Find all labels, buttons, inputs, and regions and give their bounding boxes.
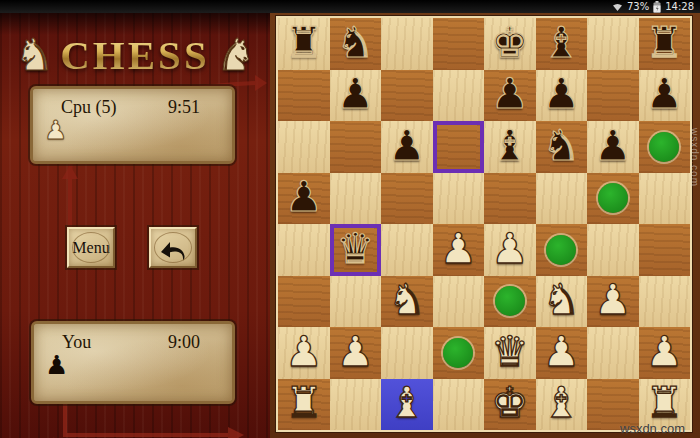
square-d8[interactable] bbox=[433, 18, 485, 70]
square-g5[interactable] bbox=[587, 173, 639, 225]
black-pawn-a5: ♟ bbox=[285, 176, 323, 218]
black-pawn-g6: ♟ bbox=[594, 125, 632, 167]
square-h5[interactable] bbox=[639, 173, 691, 225]
square-f2[interactable]: ♟ bbox=[536, 327, 588, 379]
side-panel: ♞ CHESS ♞ Cpu (5) 9:51 ♟ Menu You 9:00 ♟ bbox=[0, 13, 270, 438]
square-e3[interactable] bbox=[484, 276, 536, 328]
knight-right-icon: ♞ bbox=[216, 33, 255, 77]
black-pawn-f7: ♟ bbox=[542, 73, 580, 115]
watermark: wsxdn.com bbox=[620, 421, 685, 436]
white-king-e1: ♚ bbox=[491, 382, 529, 424]
black-pawn-icon: ♟ bbox=[45, 352, 68, 378]
square-c1[interactable]: ♝ bbox=[381, 379, 433, 431]
square-e1[interactable]: ♚ bbox=[484, 379, 536, 431]
title-row: ♞ CHESS ♞ bbox=[0, 29, 270, 81]
black-pawn-c6: ♟ bbox=[388, 125, 426, 167]
black-rook-h8: ♜ bbox=[645, 22, 683, 64]
legal-move-dot-d2[interactable] bbox=[443, 338, 473, 368]
square-a5[interactable]: ♟ bbox=[278, 173, 330, 225]
square-a7[interactable] bbox=[278, 70, 330, 122]
square-d4[interactable]: ♟ bbox=[433, 224, 485, 276]
square-f8[interactable]: ♝ bbox=[536, 18, 588, 70]
app-title: CHESS bbox=[60, 31, 209, 79]
wifi-icon bbox=[612, 2, 623, 12]
square-e5[interactable] bbox=[484, 173, 536, 225]
square-a4[interactable] bbox=[278, 224, 330, 276]
white-pawn-b2: ♟ bbox=[336, 331, 374, 373]
square-g2[interactable] bbox=[587, 327, 639, 379]
white-knight-f3: ♞ bbox=[542, 279, 580, 321]
legal-move-dot-g5[interactable] bbox=[598, 183, 628, 213]
square-b7[interactable]: ♟ bbox=[330, 70, 382, 122]
black-bishop-f8: ♝ bbox=[542, 22, 580, 64]
square-g7[interactable] bbox=[587, 70, 639, 122]
undo-button[interactable] bbox=[149, 227, 197, 268]
square-b2[interactable]: ♟ bbox=[330, 327, 382, 379]
undo-arrow-icon bbox=[158, 235, 188, 261]
square-b3[interactable] bbox=[330, 276, 382, 328]
white-pawn-h2: ♟ bbox=[645, 331, 683, 373]
battery-percent: 73% bbox=[627, 1, 649, 12]
square-f4[interactable] bbox=[536, 224, 588, 276]
square-d1[interactable] bbox=[433, 379, 485, 431]
square-h2[interactable]: ♟ bbox=[639, 327, 691, 379]
square-d6[interactable] bbox=[433, 121, 485, 173]
square-b6[interactable] bbox=[330, 121, 382, 173]
you-clock-card: You 9:00 ♟ bbox=[31, 321, 235, 404]
square-b4[interactable]: ♛ bbox=[330, 224, 382, 276]
square-d5[interactable] bbox=[433, 173, 485, 225]
black-pawn-e7: ♟ bbox=[491, 73, 529, 115]
black-queen-b4: ♛ bbox=[336, 228, 374, 270]
chess-app-screen: 73% 14:28 ♞ CHESS ♞ C bbox=[0, 0, 700, 438]
square-h3[interactable] bbox=[639, 276, 691, 328]
square-h7[interactable]: ♟ bbox=[639, 70, 691, 122]
cpu-clock-card: Cpu (5) 9:51 ♟ bbox=[30, 86, 235, 164]
board-frame: ♜♞♚♝♜♟♟♟♟♟♝♞♟♟♛♟♟♞♞♟♟♟♛♟♟♜♝♚♝♜ bbox=[270, 13, 700, 438]
square-a3[interactable] bbox=[278, 276, 330, 328]
square-f1[interactable]: ♝ bbox=[536, 379, 588, 431]
black-knight-f6: ♞ bbox=[542, 125, 580, 167]
knight-left-icon: ♞ bbox=[15, 33, 54, 77]
white-rook-h1: ♜ bbox=[645, 382, 683, 424]
square-d2[interactable] bbox=[433, 327, 485, 379]
square-c2[interactable] bbox=[381, 327, 433, 379]
legal-move-dot-e3[interactable] bbox=[495, 286, 525, 316]
square-g8[interactable] bbox=[587, 18, 639, 70]
square-g3[interactable]: ♟ bbox=[587, 276, 639, 328]
white-pawn-e4: ♟ bbox=[491, 228, 529, 270]
white-pawn-g3: ♟ bbox=[594, 279, 632, 321]
legal-move-dot-h6[interactable] bbox=[649, 132, 679, 162]
square-e4[interactable]: ♟ bbox=[484, 224, 536, 276]
square-g4[interactable] bbox=[587, 224, 639, 276]
square-c7[interactable] bbox=[381, 70, 433, 122]
black-pawn-b7: ♟ bbox=[336, 73, 374, 115]
square-d3[interactable] bbox=[433, 276, 485, 328]
white-pawn-f2: ♟ bbox=[542, 331, 580, 373]
white-rook-a1: ♜ bbox=[285, 382, 323, 424]
square-g6[interactable]: ♟ bbox=[587, 121, 639, 173]
square-b5[interactable] bbox=[330, 173, 382, 225]
square-d7[interactable] bbox=[433, 70, 485, 122]
battery-icon bbox=[653, 1, 661, 13]
watermark-side: wsxdn.com bbox=[689, 128, 700, 187]
square-f3[interactable]: ♞ bbox=[536, 276, 588, 328]
black-king-e8: ♚ bbox=[491, 22, 529, 64]
square-a2[interactable]: ♟ bbox=[278, 327, 330, 379]
square-f7[interactable]: ♟ bbox=[536, 70, 588, 122]
square-b1[interactable] bbox=[330, 379, 382, 431]
white-bishop-f1: ♝ bbox=[542, 382, 580, 424]
board-inner: ♜♞♚♝♜♟♟♟♟♟♝♞♟♟♛♟♟♞♞♟♟♟♛♟♟♜♝♚♝♜ bbox=[276, 16, 692, 432]
square-f6[interactable]: ♞ bbox=[536, 121, 588, 173]
menu-button-label: Menu bbox=[72, 239, 109, 257]
status-bar: 73% 14:28 bbox=[0, 0, 700, 13]
square-e2[interactable]: ♛ bbox=[484, 327, 536, 379]
square-c5[interactable] bbox=[381, 173, 433, 225]
black-rook-a8: ♜ bbox=[285, 22, 323, 64]
square-h4[interactable] bbox=[639, 224, 691, 276]
square-h8[interactable]: ♜ bbox=[639, 18, 691, 70]
white-queen-e2: ♛ bbox=[491, 331, 529, 373]
square-b8[interactable]: ♞ bbox=[330, 18, 382, 70]
square-a8[interactable]: ♜ bbox=[278, 18, 330, 70]
white-bishop-c1: ♝ bbox=[388, 382, 426, 424]
square-c8[interactable] bbox=[381, 18, 433, 70]
square-a1[interactable]: ♜ bbox=[278, 379, 330, 431]
you-player-time: 9:00 bbox=[168, 332, 200, 353]
cpu-player-time: 9:51 bbox=[168, 97, 200, 118]
square-c6[interactable]: ♟ bbox=[381, 121, 433, 173]
white-pawn-icon: ♟ bbox=[44, 117, 67, 143]
legal-move-dot-f4[interactable] bbox=[546, 235, 576, 265]
black-bishop-e6: ♝ bbox=[491, 125, 529, 167]
square-c4[interactable] bbox=[381, 224, 433, 276]
square-a6[interactable] bbox=[278, 121, 330, 173]
square-e6[interactable]: ♝ bbox=[484, 121, 536, 173]
clock-time: 14:28 bbox=[665, 1, 694, 12]
white-knight-c3: ♞ bbox=[388, 279, 426, 321]
square-h6[interactable] bbox=[639, 121, 691, 173]
white-pawn-d4: ♟ bbox=[439, 228, 477, 270]
cpu-player-name: Cpu (5) bbox=[61, 97, 117, 118]
menu-button[interactable]: Menu bbox=[67, 227, 115, 268]
square-c3[interactable]: ♞ bbox=[381, 276, 433, 328]
white-pawn-a2: ♟ bbox=[285, 331, 323, 373]
black-knight-b8: ♞ bbox=[336, 22, 374, 64]
square-e8[interactable]: ♚ bbox=[484, 18, 536, 70]
square-e7[interactable]: ♟ bbox=[484, 70, 536, 122]
black-pawn-h7: ♟ bbox=[645, 73, 683, 115]
square-f5[interactable] bbox=[536, 173, 588, 225]
chess-board: ♜♞♚♝♜♟♟♟♟♟♝♞♟♟♛♟♟♞♞♟♟♟♛♟♟♜♝♚♝♜ bbox=[278, 18, 690, 430]
